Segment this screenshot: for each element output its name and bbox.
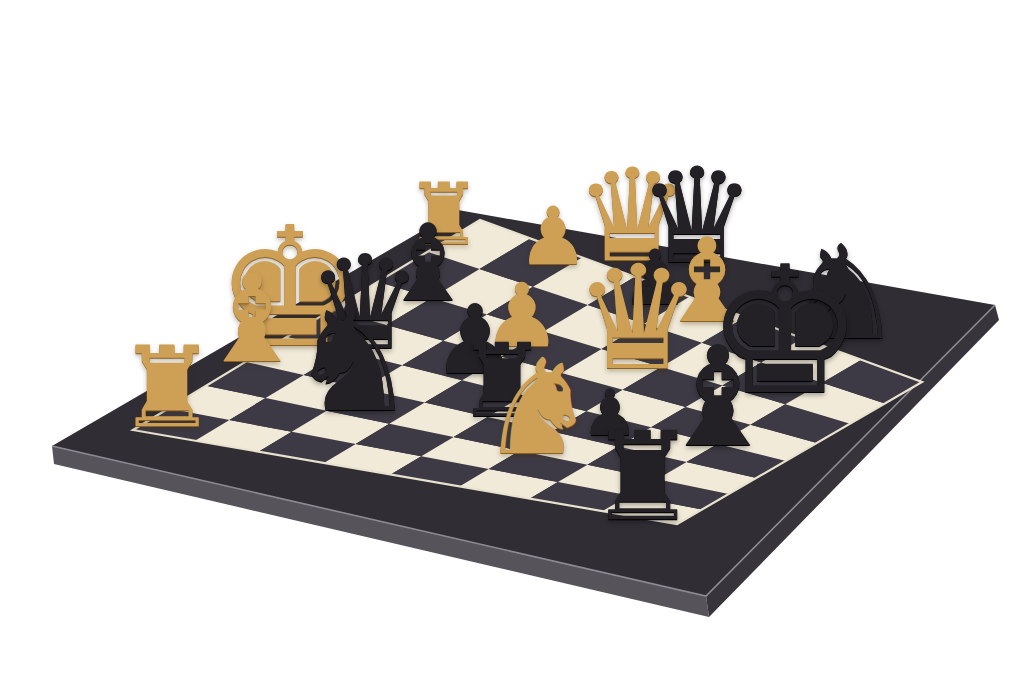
piece-black-rook-g1[interactable]: ♜	[588, 416, 697, 538]
piece-black-knight-c2[interactable]: ♞	[288, 286, 419, 432]
piece-white-knight-f2[interactable]: ♞	[479, 341, 597, 473]
piece-white-rook-a1[interactable]: ♜	[117, 331, 217, 443]
chess-photo-scene: ♜♝♚♜♟♛♟♛♝♞♜♞♜♟♛♝♟♛♟♝♚♞ R1PQq3/4pB1n/1b6/…	[0, 0, 1024, 683]
